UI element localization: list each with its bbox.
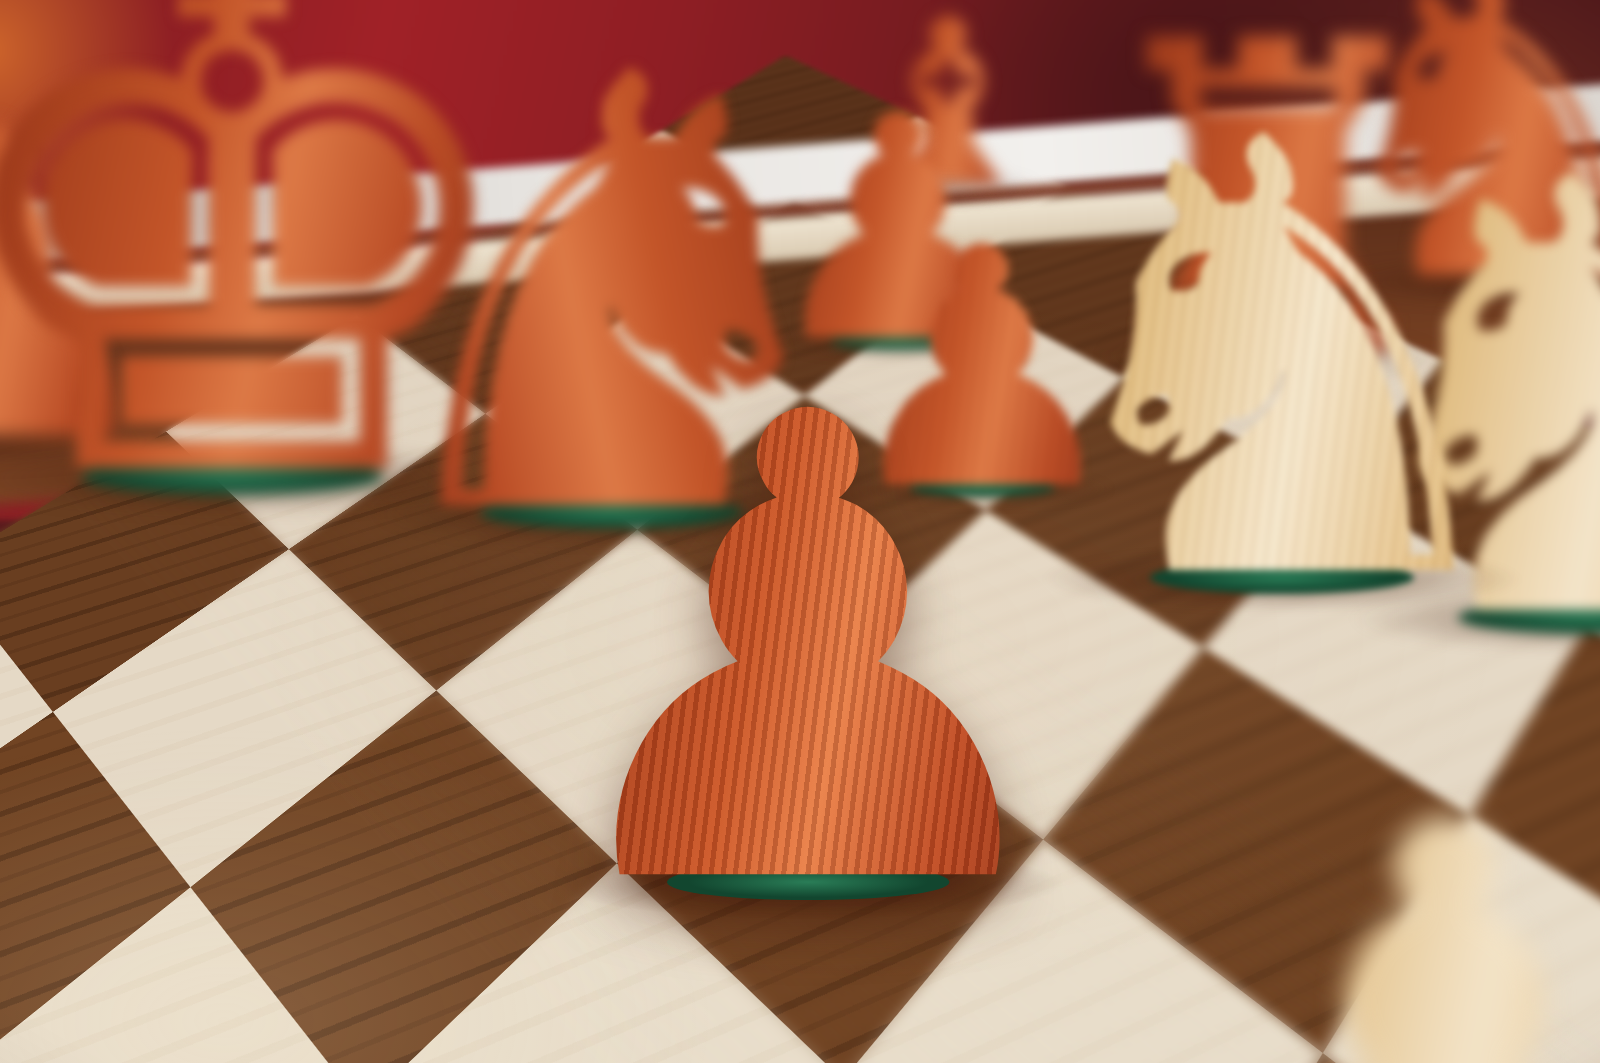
photo-canvas: { "game": "chess", "scene": "close-up ph… [0,0,1600,1063]
white-pawn-glyph: ♟ [1158,743,1600,1063]
red-pawn-glyph: ♟ [521,333,1095,973]
piece-red-pawn-d4-hero: ♟ [584,250,1032,890]
piece-white-pawn-g2: ♟ [1221,660,1600,1063]
piece-white-knight-f6: ♞ [1072,0,1492,585]
